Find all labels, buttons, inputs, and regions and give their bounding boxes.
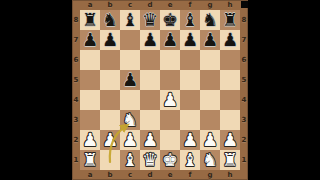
square-f7[interactable]: ♟ <box>180 30 200 50</box>
square-c2[interactable]: ♟ <box>120 130 140 150</box>
black-knight-g8: ♞ <box>202 10 218 30</box>
square-b4[interactable] <box>100 90 120 110</box>
square-g3[interactable] <box>200 110 220 130</box>
white-pawn-f2: ♟ <box>182 130 198 150</box>
file-label-e: e <box>160 170 180 180</box>
square-d7[interactable]: ♟ <box>140 30 160 50</box>
square-b2[interactable]: ♟ <box>100 130 120 150</box>
black-pawn-c5: ♟ <box>122 70 138 90</box>
rank-label-4: 4 <box>72 90 80 110</box>
square-g8[interactable]: ♞ <box>200 10 220 30</box>
square-a6[interactable] <box>80 50 100 70</box>
square-h6[interactable] <box>220 50 240 70</box>
video-frame: abcdefgh abcdefgh 87654321 87654321 ♜♞♝♛… <box>0 0 320 180</box>
black-knight-b8: ♞ <box>102 10 118 30</box>
white-rook-a1: ♜ <box>82 150 98 170</box>
square-h5[interactable] <box>220 70 240 90</box>
square-f6[interactable] <box>180 50 200 70</box>
square-h4[interactable] <box>220 90 240 110</box>
file-label-g: g <box>200 170 220 180</box>
white-pawn-b2: ♟ <box>102 130 118 150</box>
file-label-h: h <box>220 170 240 180</box>
rank-label-6: 6 <box>72 50 80 70</box>
square-d2[interactable]: ♟ <box>140 130 160 150</box>
rank-label-8: 8 <box>240 10 248 30</box>
rank-label-6: 6 <box>240 50 248 70</box>
white-knight-c3: ♞ <box>122 110 138 130</box>
square-e4[interactable]: ♟ <box>160 90 180 110</box>
white-bishop-f1: ♝ <box>182 150 198 170</box>
rank-labels-right: 87654321 <box>240 10 248 170</box>
square-d6[interactable] <box>140 50 160 70</box>
white-pawn-d2: ♟ <box>142 130 158 150</box>
white-queen-d1: ♛ <box>142 150 158 170</box>
square-f2[interactable]: ♟ <box>180 130 200 150</box>
file-label-a: a <box>80 170 100 180</box>
square-f1[interactable]: ♝ <box>180 150 200 170</box>
square-h7[interactable]: ♟ <box>220 30 240 50</box>
file-label-f: f <box>180 170 200 180</box>
square-c8[interactable]: ♝ <box>120 10 140 30</box>
square-f8[interactable]: ♝ <box>180 10 200 30</box>
square-e2[interactable] <box>160 130 180 150</box>
file-label-d: d <box>140 170 160 180</box>
square-h1[interactable]: ♜ <box>220 150 240 170</box>
white-pawn-c2: ♟ <box>122 130 138 150</box>
black-pawn-h7: ♟ <box>222 30 238 50</box>
square-g7[interactable]: ♟ <box>200 30 220 50</box>
white-rook-h1: ♜ <box>222 150 238 170</box>
rank-label-7: 7 <box>72 30 80 50</box>
square-b3[interactable] <box>100 110 120 130</box>
square-e5[interactable] <box>160 70 180 90</box>
rank-label-1: 1 <box>72 150 80 170</box>
square-b6[interactable] <box>100 50 120 70</box>
square-e7[interactable]: ♟ <box>160 30 180 50</box>
black-rook-h8: ♜ <box>222 10 238 30</box>
black-pawn-d7: ♟ <box>142 30 158 50</box>
square-e3[interactable] <box>160 110 180 130</box>
square-f3[interactable] <box>180 110 200 130</box>
square-d1[interactable]: ♛ <box>140 150 160 170</box>
square-d8[interactable]: ♛ <box>140 10 160 30</box>
rank-label-1: 1 <box>240 150 248 170</box>
black-rook-a8: ♜ <box>82 10 98 30</box>
square-c4[interactable] <box>120 90 140 110</box>
square-d3[interactable] <box>140 110 160 130</box>
black-pawn-g7: ♟ <box>202 30 218 50</box>
rank-label-2: 2 <box>240 130 248 150</box>
square-c1[interactable]: ♝ <box>120 150 140 170</box>
square-c3[interactable]: ♞ <box>120 110 140 130</box>
square-d5[interactable] <box>140 70 160 90</box>
rank-label-2: 2 <box>72 130 80 150</box>
chess-board-frame: abcdefgh abcdefgh 87654321 87654321 ♜♞♝♛… <box>72 0 248 180</box>
white-pawn-e4: ♟ <box>162 90 178 110</box>
square-b5[interactable] <box>100 70 120 90</box>
white-pawn-h2: ♟ <box>222 130 238 150</box>
square-b7[interactable]: ♟ <box>100 30 120 50</box>
square-g1[interactable]: ♞ <box>200 150 220 170</box>
square-a1[interactable]: ♜ <box>80 150 100 170</box>
square-a2[interactable]: ♟ <box>80 130 100 150</box>
rank-label-7: 7 <box>240 30 248 50</box>
rank-label-4: 4 <box>240 90 248 110</box>
square-c6[interactable] <box>120 50 140 70</box>
square-b8[interactable]: ♞ <box>100 10 120 30</box>
black-king-e8: ♚ <box>162 10 178 30</box>
rank-label-3: 3 <box>72 110 80 130</box>
square-g5[interactable] <box>200 70 220 90</box>
square-e6[interactable] <box>160 50 180 70</box>
rank-label-5: 5 <box>240 70 248 90</box>
square-f5[interactable] <box>180 70 200 90</box>
black-pawn-f7: ♟ <box>182 30 198 50</box>
rank-label-5: 5 <box>72 70 80 90</box>
black-pawn-b7: ♟ <box>102 30 118 50</box>
square-a3[interactable] <box>80 110 100 130</box>
square-d4[interactable] <box>140 90 160 110</box>
square-h2[interactable]: ♟ <box>220 130 240 150</box>
rank-label-3: 3 <box>240 110 248 130</box>
square-a8[interactable]: ♜ <box>80 10 100 30</box>
white-pawn-a2: ♟ <box>82 130 98 150</box>
square-e8[interactable]: ♚ <box>160 10 180 30</box>
rank-label-8: 8 <box>72 10 80 30</box>
square-h3[interactable] <box>220 110 240 130</box>
file-label-c: c <box>120 170 140 180</box>
black-queen-d8: ♛ <box>142 10 158 30</box>
square-g4[interactable] <box>200 90 220 110</box>
square-g2[interactable]: ♟ <box>200 130 220 150</box>
square-f4[interactable] <box>180 90 200 110</box>
black-bishop-c8: ♝ <box>122 10 138 30</box>
black-pawn-e7: ♟ <box>162 30 178 50</box>
square-a4[interactable] <box>80 90 100 110</box>
square-a7[interactable]: ♟ <box>80 30 100 50</box>
rank-labels-left: 87654321 <box>72 10 80 170</box>
white-bishop-c1: ♝ <box>122 150 138 170</box>
chess-board: ♜♞♝♛♚♝♞♜♟♟♟♟♟♟♟♟♟♞♟♟♟♟♟♟♟♜♝♛♚♝♞♜ <box>80 10 240 170</box>
square-a5[interactable] <box>80 70 100 90</box>
black-bishop-f8: ♝ <box>182 10 198 30</box>
white-king-e1: ♚ <box>162 150 178 170</box>
square-b1[interactable] <box>100 150 120 170</box>
square-c5[interactable]: ♟ <box>120 70 140 90</box>
square-g6[interactable] <box>200 50 220 70</box>
square-c7[interactable] <box>120 30 140 50</box>
black-pawn-a7: ♟ <box>82 30 98 50</box>
white-pawn-g2: ♟ <box>202 130 218 150</box>
square-h8[interactable]: ♜ <box>220 10 240 30</box>
file-label-b: b <box>100 170 120 180</box>
white-knight-g1: ♞ <box>202 150 218 170</box>
file-labels-bottom: abcdefgh <box>80 170 240 180</box>
black-to-move-indicator <box>241 1 248 8</box>
square-e1[interactable]: ♚ <box>160 150 180 170</box>
